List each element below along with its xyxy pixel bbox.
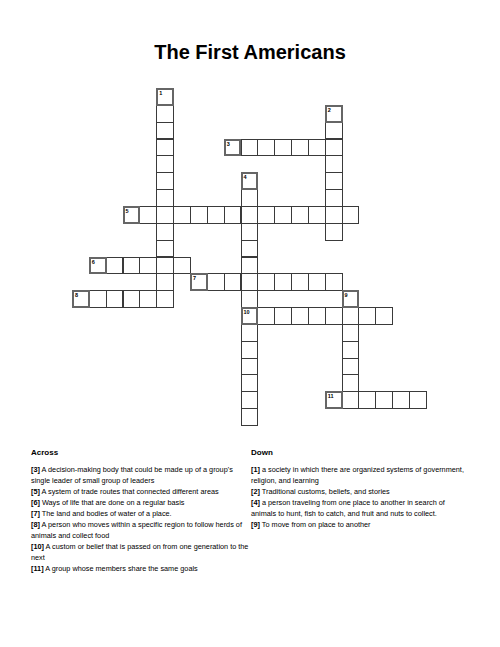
grid-cell[interactable]: 4 xyxy=(241,172,259,190)
grid-cell[interactable] xyxy=(342,391,360,409)
grid-cell[interactable] xyxy=(156,273,174,291)
grid-cell[interactable] xyxy=(241,240,259,258)
clue-item: [6] Ways of life that are done on a regu… xyxy=(31,497,249,508)
grid-cell[interactable] xyxy=(308,139,326,157)
grid-cell[interactable]: 3 xyxy=(224,139,242,157)
grid-cell[interactable]: 7 xyxy=(190,273,208,291)
grid-cell[interactable] xyxy=(392,391,410,409)
clue-item: [4] a person traveling from one place to… xyxy=(251,497,469,519)
grid-cell[interactable] xyxy=(89,290,107,308)
grid-cell[interactable]: 2 xyxy=(325,105,343,123)
grid-cell[interactable] xyxy=(106,257,124,275)
grid-cell[interactable] xyxy=(156,139,174,157)
grid-cell[interactable] xyxy=(325,206,343,224)
clue-item: [1] a society in which there are organiz… xyxy=(251,464,469,486)
puzzle-title: The First Americans xyxy=(0,41,500,63)
grid-cell[interactable] xyxy=(156,240,174,258)
grid-cell[interactable] xyxy=(241,358,259,376)
grid-cell[interactable] xyxy=(241,341,259,359)
grid-cell[interactable] xyxy=(308,273,326,291)
grid-cell[interactable] xyxy=(224,273,242,291)
cell-number: 2 xyxy=(328,107,331,113)
grid-cell[interactable] xyxy=(342,341,360,359)
grid-cell[interactable] xyxy=(241,408,259,426)
grid-cell[interactable] xyxy=(257,273,275,291)
cell-number: 6 xyxy=(92,259,95,265)
grid-cell[interactable] xyxy=(241,206,259,224)
clue-number: [4] xyxy=(251,498,260,507)
clue-item: [11] A group whose members share the sam… xyxy=(31,563,249,574)
grid-cell[interactable] xyxy=(241,223,259,241)
grid-cell[interactable] xyxy=(139,206,157,224)
grid-cell[interactable] xyxy=(241,324,259,342)
grid-cell[interactable] xyxy=(409,391,427,409)
grid-cell[interactable] xyxy=(325,122,343,140)
grid-cell[interactable] xyxy=(257,139,275,157)
grid-cell[interactable] xyxy=(358,391,376,409)
cell-number: 11 xyxy=(328,393,334,399)
grid-cell[interactable] xyxy=(325,155,343,173)
grid-cell[interactable] xyxy=(156,105,174,123)
grid-cell[interactable] xyxy=(342,206,360,224)
grid-cell[interactable] xyxy=(342,358,360,376)
clue-item: [3] A decision-making body that could be… xyxy=(31,464,249,486)
clue-number: [7] xyxy=(31,509,40,518)
grid-cell[interactable] xyxy=(156,223,174,241)
grid-cell[interactable] xyxy=(375,307,393,325)
down-clues-column: Down [1] a society in which there are or… xyxy=(251,448,469,530)
grid-cell[interactable] xyxy=(274,139,292,157)
clue-number: [10] xyxy=(31,542,44,551)
grid-cell[interactable] xyxy=(241,391,259,409)
grid-cell[interactable] xyxy=(190,206,208,224)
down-clue-list: [1] a society in which there are organiz… xyxy=(251,464,469,530)
grid-cell[interactable] xyxy=(342,374,360,392)
cell-number: 7 xyxy=(193,275,196,281)
grid-cell[interactable] xyxy=(139,290,157,308)
crossword-grid: 1234567891011 xyxy=(72,88,426,425)
cell-number: 9 xyxy=(345,292,348,298)
grid-cell[interactable]: 9 xyxy=(342,290,360,308)
grid-cell[interactable] xyxy=(156,122,174,140)
grid-cell[interactable] xyxy=(274,307,292,325)
grid-cell[interactable] xyxy=(241,139,259,157)
grid-cell[interactable] xyxy=(173,206,191,224)
grid-cell[interactable] xyxy=(123,290,141,308)
clue-item: [9] To move from on place to another xyxy=(251,519,469,530)
grid-cell[interactable] xyxy=(325,172,343,190)
grid-cell[interactable] xyxy=(207,206,225,224)
cell-number: 8 xyxy=(75,292,78,298)
grid-cell[interactable]: 10 xyxy=(241,307,259,325)
grid-cell[interactable] xyxy=(156,206,174,224)
grid-cell[interactable] xyxy=(308,307,326,325)
clue-item: [8] A person who moves within a specific… xyxy=(31,519,249,541)
down-header: Down xyxy=(251,448,469,457)
grid-cell[interactable] xyxy=(156,155,174,173)
grid-cell[interactable] xyxy=(342,324,360,342)
grid-cell[interactable]: 11 xyxy=(325,391,343,409)
grid-cell[interactable] xyxy=(156,290,174,308)
grid-cell[interactable] xyxy=(257,206,275,224)
clue-item: [2] Traditional customs, beliefs, and st… xyxy=(251,486,469,497)
clue-item: [10] A custom or belief that is passed o… xyxy=(31,541,249,563)
grid-cell[interactable] xyxy=(156,172,174,190)
grid-cell[interactable] xyxy=(156,257,174,275)
grid-cell[interactable] xyxy=(325,307,343,325)
across-clues-column: Across [3] A decision-making body that c… xyxy=(31,448,249,574)
clue-item: [5] A system of trade routes that connec… xyxy=(31,486,249,497)
grid-cell[interactable] xyxy=(241,189,259,207)
grid-cell[interactable] xyxy=(308,206,326,224)
across-clue-list: [3] A decision-making body that could be… xyxy=(31,464,249,574)
grid-cell[interactable] xyxy=(257,307,275,325)
grid-cell[interactable]: 8 xyxy=(72,290,90,308)
grid-cell[interactable] xyxy=(207,273,225,291)
grid-cell[interactable] xyxy=(325,273,343,291)
clue-number: [11] xyxy=(31,564,44,573)
grid-cell[interactable] xyxy=(358,307,376,325)
grid-cell[interactable]: 5 xyxy=(123,206,141,224)
grid-cell[interactable] xyxy=(325,139,343,157)
across-header: Across xyxy=(31,448,249,457)
grid-cell[interactable] xyxy=(325,189,343,207)
grid-cell[interactable] xyxy=(375,391,393,409)
grid-cell[interactable]: 6 xyxy=(89,257,107,275)
grid-cell[interactable] xyxy=(241,273,259,291)
grid-cell[interactable] xyxy=(291,206,309,224)
clue-number: [1] xyxy=(251,465,260,474)
grid-cell[interactable] xyxy=(291,307,309,325)
grid-cell[interactable] xyxy=(291,273,309,291)
grid-cell[interactable] xyxy=(291,139,309,157)
clue-number: [6] xyxy=(31,498,40,507)
grid-cell[interactable] xyxy=(241,290,259,308)
grid-cell[interactable] xyxy=(173,257,191,275)
grid-cell[interactable] xyxy=(241,257,259,275)
cell-number: 3 xyxy=(227,141,230,147)
grid-cell[interactable] xyxy=(224,206,242,224)
clue-number: [5] xyxy=(31,487,40,496)
clue-number: [8] xyxy=(31,520,40,529)
grid-cell[interactable] xyxy=(342,307,360,325)
grid-cell[interactable] xyxy=(106,290,124,308)
cell-number: 5 xyxy=(126,208,129,214)
clue-number: [2] xyxy=(251,487,260,496)
clue-number: [3] xyxy=(31,465,40,474)
grid-cell[interactable] xyxy=(139,257,157,275)
clue-number: [9] xyxy=(251,520,260,529)
clue-item: [7] The land and bodies of water of a pl… xyxy=(31,508,249,519)
cell-number: 10 xyxy=(244,309,250,315)
grid-cell[interactable]: 1 xyxy=(156,88,174,106)
grid-cell[interactable] xyxy=(274,206,292,224)
grid-cell[interactable] xyxy=(156,189,174,207)
grid-cell[interactable] xyxy=(123,257,141,275)
cell-number: 4 xyxy=(244,174,247,180)
grid-cell[interactable] xyxy=(274,273,292,291)
cell-number: 1 xyxy=(159,90,162,96)
grid-cell[interactable] xyxy=(241,374,259,392)
grid-cell[interactable] xyxy=(325,223,343,241)
